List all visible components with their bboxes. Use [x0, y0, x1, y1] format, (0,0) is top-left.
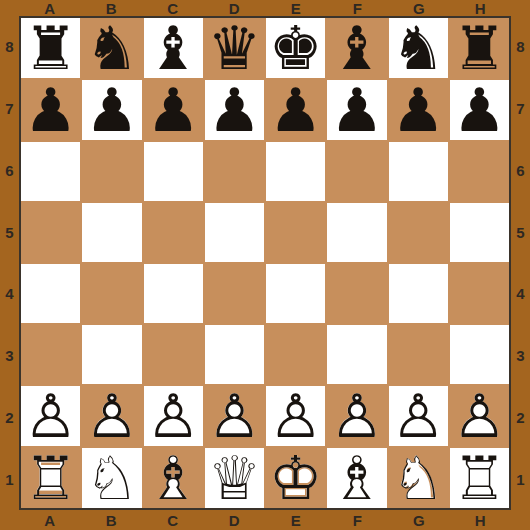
- file-label-top-g: G: [388, 0, 450, 16]
- square-e7[interactable]: ♟: [266, 80, 325, 140]
- piece-black-pawn: ♟: [85, 80, 139, 140]
- white-piece-outline: ♙: [391, 386, 445, 446]
- square-f3[interactable]: [327, 325, 386, 384]
- square-c5[interactable]: [144, 203, 203, 262]
- piece-black-bishop: ♝: [330, 18, 384, 78]
- square-b3[interactable]: [82, 325, 141, 384]
- square-h5[interactable]: [450, 203, 509, 262]
- square-c4[interactable]: [144, 264, 203, 323]
- square-f1[interactable]: ♝♗: [327, 448, 386, 508]
- piece-white-pawn: ♟♙: [207, 386, 261, 446]
- piece-white-pawn: ♟♙: [146, 386, 200, 446]
- black-piece-glyph: ♟: [330, 80, 384, 140]
- file-label-top-c: C: [142, 0, 204, 16]
- black-piece-glyph: ♟: [146, 80, 200, 140]
- square-c6[interactable]: [144, 142, 203, 201]
- piece-black-pawn: ♟: [391, 80, 445, 140]
- piece-black-pawn: ♟: [452, 80, 506, 140]
- square-e2[interactable]: ♟♙: [266, 386, 325, 446]
- square-a2[interactable]: ♟♙: [21, 386, 80, 446]
- piece-white-pawn: ♟♙: [24, 386, 78, 446]
- rank-label-right-1: 1: [511, 448, 530, 510]
- piece-white-pawn: ♟♙: [85, 386, 139, 446]
- piece-white-bishop: ♝♗: [146, 448, 200, 508]
- square-g5[interactable]: [389, 203, 448, 262]
- square-h7[interactable]: ♟: [450, 80, 509, 140]
- rank-label-right-3: 3: [511, 325, 530, 387]
- square-c1[interactable]: ♝♗: [144, 448, 203, 508]
- square-f4[interactable]: [327, 264, 386, 323]
- square-e4[interactable]: [266, 264, 325, 323]
- file-label-bottom-c: C: [142, 510, 204, 530]
- file-label-bottom-e: E: [265, 510, 327, 530]
- square-b8[interactable]: ♞: [82, 18, 141, 78]
- square-h1[interactable]: ♜♖: [450, 448, 509, 508]
- piece-white-rook: ♜♖: [452, 448, 506, 508]
- square-d1[interactable]: ♛♕: [205, 448, 264, 508]
- rank-label-right-5: 5: [511, 201, 530, 263]
- square-e8[interactable]: ♚: [266, 18, 325, 78]
- file-label-top-e: E: [265, 0, 327, 16]
- black-piece-glyph: ♜: [24, 18, 78, 78]
- file-label-top-b: B: [81, 0, 143, 16]
- square-a3[interactable]: [21, 325, 80, 384]
- square-a7[interactable]: ♟: [21, 80, 80, 140]
- square-d3[interactable]: [205, 325, 264, 384]
- board: ♜♞♝♛♚♝♞♜♟♟♟♟♟♟♟♟♟♙♟♙♟♙♟♙♟♙♟♙♟♙♟♙♜♖♞♘♝♗♛♕…: [19, 16, 511, 510]
- rank-label-left-3: 3: [0, 325, 19, 387]
- square-d4[interactable]: [205, 264, 264, 323]
- file-label-bottom-b: B: [81, 510, 143, 530]
- square-c3[interactable]: [144, 325, 203, 384]
- white-piece-outline: ♙: [85, 386, 139, 446]
- piece-black-bishop: ♝: [146, 18, 200, 78]
- piece-white-rook: ♜♖: [24, 448, 78, 508]
- file-label-top-a: A: [19, 0, 81, 16]
- square-c8[interactable]: ♝: [144, 18, 203, 78]
- square-e5[interactable]: [266, 203, 325, 262]
- square-g6[interactable]: [389, 142, 448, 201]
- chessboard-frame: ♜♞♝♛♚♝♞♜♟♟♟♟♟♟♟♟♟♙♟♙♟♙♟♙♟♙♟♙♟♙♟♙♜♖♞♘♝♗♛♕…: [0, 0, 530, 530]
- square-g3[interactable]: [389, 325, 448, 384]
- file-label-bottom-d: D: [204, 510, 266, 530]
- square-f8[interactable]: ♝: [327, 18, 386, 78]
- black-piece-glyph: ♝: [146, 18, 200, 78]
- black-piece-glyph: ♟: [452, 80, 506, 140]
- black-piece-glyph: ♜: [452, 18, 506, 78]
- black-piece-glyph: ♛: [207, 18, 261, 78]
- white-piece-outline: ♘: [391, 448, 445, 508]
- piece-white-pawn: ♟♙: [391, 386, 445, 446]
- square-b6[interactable]: [82, 142, 141, 201]
- piece-black-pawn: ♟: [269, 80, 323, 140]
- piece-white-pawn: ♟♙: [330, 386, 384, 446]
- black-piece-glyph: ♟: [24, 80, 78, 140]
- file-label-bottom-h: H: [450, 510, 512, 530]
- black-piece-glyph: ♟: [269, 80, 323, 140]
- piece-white-pawn: ♟♙: [452, 386, 506, 446]
- white-piece-outline: ♗: [330, 448, 384, 508]
- white-piece-outline: ♙: [146, 386, 200, 446]
- square-g1[interactable]: ♞♘: [389, 448, 448, 508]
- piece-black-pawn: ♟: [146, 80, 200, 140]
- white-piece-outline: ♕: [207, 448, 261, 508]
- file-label-bottom-f: F: [327, 510, 389, 530]
- square-f6[interactable]: [327, 142, 386, 201]
- rank-label-left-6: 6: [0, 140, 19, 202]
- square-h2[interactable]: ♟♙: [450, 386, 509, 446]
- white-piece-outline: ♔: [269, 448, 323, 508]
- white-piece-outline: ♘: [85, 448, 139, 508]
- square-g8[interactable]: ♞: [389, 18, 448, 78]
- rank-label-left-8: 8: [0, 16, 19, 78]
- square-c7[interactable]: ♟: [144, 80, 203, 140]
- square-b5[interactable]: [82, 203, 141, 262]
- white-piece-outline: ♙: [452, 386, 506, 446]
- square-g7[interactable]: ♟: [389, 80, 448, 140]
- piece-white-bishop: ♝♗: [330, 448, 384, 508]
- black-piece-glyph: ♚: [269, 18, 323, 78]
- black-piece-glyph: ♞: [391, 18, 445, 78]
- black-piece-glyph: ♟: [207, 80, 261, 140]
- square-d2[interactable]: ♟♙: [205, 386, 264, 446]
- piece-black-king: ♚: [269, 18, 323, 78]
- white-piece-outline: ♙: [269, 386, 323, 446]
- white-piece-outline: ♙: [207, 386, 261, 446]
- rank-label-right-8: 8: [511, 16, 530, 78]
- square-h8[interactable]: ♜: [450, 18, 509, 78]
- piece-black-pawn: ♟: [330, 80, 384, 140]
- square-f5[interactable]: [327, 203, 386, 262]
- square-d8[interactable]: ♛: [205, 18, 264, 78]
- piece-white-king: ♚♔: [269, 448, 323, 508]
- square-f2[interactable]: ♟♙: [327, 386, 386, 446]
- square-h6[interactable]: [450, 142, 509, 201]
- square-b1[interactable]: ♞♘: [82, 448, 141, 508]
- rank-label-right-6: 6: [511, 140, 530, 202]
- square-a5[interactable]: [21, 203, 80, 262]
- rank-label-right-2: 2: [511, 387, 530, 449]
- rank-label-left-4: 4: [0, 263, 19, 325]
- square-b7[interactable]: ♟: [82, 80, 141, 140]
- file-label-top-h: H: [450, 0, 512, 16]
- piece-black-rook: ♜: [452, 18, 506, 78]
- square-a1[interactable]: ♜♖: [21, 448, 80, 508]
- piece-black-pawn: ♟: [24, 80, 78, 140]
- piece-black-pawn: ♟: [207, 80, 261, 140]
- white-piece-outline: ♖: [24, 448, 78, 508]
- piece-white-queen: ♛♕: [207, 448, 261, 508]
- square-a6[interactable]: [21, 142, 80, 201]
- piece-black-queen: ♛: [207, 18, 261, 78]
- white-piece-outline: ♙: [24, 386, 78, 446]
- square-f7[interactable]: ♟: [327, 80, 386, 140]
- white-piece-outline: ♙: [330, 386, 384, 446]
- piece-black-knight: ♞: [85, 18, 139, 78]
- white-piece-outline: ♖: [452, 448, 506, 508]
- square-e3[interactable]: [266, 325, 325, 384]
- file-label-top-f: F: [327, 0, 389, 16]
- black-piece-glyph: ♞: [85, 18, 139, 78]
- square-a8[interactable]: ♜: [21, 18, 80, 78]
- square-h3[interactable]: [450, 325, 509, 384]
- piece-black-knight: ♞: [391, 18, 445, 78]
- square-g4[interactable]: [389, 264, 448, 323]
- square-b4[interactable]: [82, 264, 141, 323]
- rank-label-left-5: 5: [0, 201, 19, 263]
- file-label-bottom-a: A: [19, 510, 81, 530]
- square-c2[interactable]: ♟♙: [144, 386, 203, 446]
- file-label-top-d: D: [204, 0, 266, 16]
- square-e1[interactable]: ♚♔: [266, 448, 325, 508]
- square-d7[interactable]: ♟: [205, 80, 264, 140]
- file-label-bottom-g: G: [388, 510, 450, 530]
- square-d5[interactable]: [205, 203, 264, 262]
- piece-white-knight: ♞♘: [85, 448, 139, 508]
- rank-label-right-7: 7: [511, 78, 530, 140]
- black-piece-glyph: ♟: [85, 80, 139, 140]
- square-g2[interactable]: ♟♙: [389, 386, 448, 446]
- square-e6[interactable]: [266, 142, 325, 201]
- rank-label-left-7: 7: [0, 78, 19, 140]
- piece-white-knight: ♞♘: [391, 448, 445, 508]
- piece-white-pawn: ♟♙: [269, 386, 323, 446]
- black-piece-glyph: ♝: [330, 18, 384, 78]
- rank-label-left-2: 2: [0, 387, 19, 449]
- square-a4[interactable]: [21, 264, 80, 323]
- piece-black-rook: ♜: [24, 18, 78, 78]
- rank-label-right-4: 4: [511, 263, 530, 325]
- rank-label-left-1: 1: [0, 448, 19, 510]
- black-piece-glyph: ♟: [391, 80, 445, 140]
- square-d6[interactable]: [205, 142, 264, 201]
- square-b2[interactable]: ♟♙: [82, 386, 141, 446]
- white-piece-outline: ♗: [146, 448, 200, 508]
- square-h4[interactable]: [450, 264, 509, 323]
